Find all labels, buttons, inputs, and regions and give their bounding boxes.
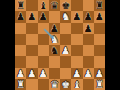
square-h5[interactable] (94, 34, 105, 45)
square-c4[interactable] (38, 45, 49, 56)
piece-white-knight-d5[interactable]: ♞ (50, 34, 59, 45)
square-a4[interactable] (15, 45, 26, 56)
square-g3[interactable] (83, 56, 94, 67)
piece-white-pawn-h2[interactable]: ♟ (95, 68, 104, 79)
square-a5[interactable] (15, 34, 26, 45)
letterbox-right (105, 0, 120, 90)
square-d8[interactable]: ♛ (49, 0, 60, 11)
square-d3[interactable] (49, 56, 60, 67)
square-h6[interactable] (94, 23, 105, 34)
square-b1[interactable] (26, 79, 37, 90)
square-f5[interactable] (71, 34, 82, 45)
square-e2[interactable] (60, 68, 71, 79)
piece-black-rook-a8[interactable]: ♜ (16, 0, 25, 11)
square-b7[interactable]: ♟ (26, 11, 37, 22)
square-g5[interactable] (83, 34, 94, 45)
square-b3[interactable] (26, 56, 37, 67)
piece-black-king-e8[interactable]: ♚ (61, 0, 70, 11)
piece-white-pawn-g2[interactable]: ♟ (84, 68, 93, 79)
square-h8[interactable]: ♜ (94, 0, 105, 11)
square-a7[interactable]: ♟ (15, 11, 26, 22)
piece-white-pawn-b2[interactable]: ♟ (27, 68, 36, 79)
square-c1[interactable] (38, 79, 49, 90)
square-e3[interactable] (60, 56, 71, 67)
square-c7[interactable]: ♟ (38, 11, 49, 22)
piece-black-bishop-c8[interactable]: ♝ (39, 0, 48, 11)
piece-white-pawn-f2[interactable]: ♟ (72, 68, 81, 79)
piece-white-king-e1[interactable]: ♚ (61, 79, 70, 90)
piece-black-pawn-g7[interactable]: ♟ (84, 11, 93, 22)
square-f4[interactable] (71, 45, 82, 56)
square-e7[interactable]: ♞ (60, 11, 71, 22)
square-g1[interactable] (83, 79, 94, 90)
square-g4[interactable] (83, 45, 94, 56)
square-h7[interactable]: ♟ (94, 11, 105, 22)
square-d4[interactable]: ♞ (49, 45, 60, 56)
square-a6[interactable] (15, 23, 26, 34)
square-d5[interactable]: ♞ (49, 34, 60, 45)
square-b2[interactable]: ♟ (26, 68, 37, 79)
piece-black-pawn-g6[interactable]: ♟ (84, 23, 93, 34)
square-e5[interactable] (60, 34, 71, 45)
piece-black-pawn-h7[interactable]: ♟ (95, 11, 104, 22)
piece-white-queen-d1[interactable]: ♛ (50, 79, 59, 90)
piece-black-pawn-f7[interactable]: ♟ (72, 11, 81, 22)
piece-black-pawn-a7[interactable]: ♟ (16, 11, 25, 22)
square-f6[interactable] (71, 23, 82, 34)
square-d6[interactable]: ♟ (49, 23, 60, 34)
square-g6[interactable]: ♟ (83, 23, 94, 34)
piece-white-pawn-c2[interactable]: ♟ (39, 68, 48, 79)
piece-black-pawn-b7[interactable]: ♟ (27, 11, 36, 22)
piece-black-queen-d8[interactable]: ♛ (50, 0, 59, 11)
square-b5[interactable] (26, 34, 37, 45)
piece-white-pawn-a2[interactable]: ♟ (16, 68, 25, 79)
square-e1[interactable]: ♚ (60, 79, 71, 90)
square-b8[interactable] (26, 0, 37, 11)
piece-white-rook-h1[interactable]: ♜ (95, 79, 104, 90)
square-e8[interactable]: ♚ (60, 0, 71, 11)
square-d7[interactable] (49, 11, 60, 22)
piece-white-rook-a1[interactable]: ♜ (16, 79, 25, 90)
square-c2[interactable]: ♟ (38, 68, 49, 79)
square-g8[interactable] (83, 0, 94, 11)
square-h2[interactable]: ♟ (94, 68, 105, 79)
square-f7[interactable]: ♟ (71, 11, 82, 22)
square-c8[interactable]: ♝ (38, 0, 49, 11)
square-a2[interactable]: ♟ (15, 68, 26, 79)
square-c6[interactable] (38, 23, 49, 34)
square-f8[interactable] (71, 0, 82, 11)
square-d2[interactable] (49, 68, 60, 79)
square-h4[interactable] (94, 45, 105, 56)
piece-black-pawn-c7[interactable]: ♟ (39, 11, 48, 22)
square-g7[interactable]: ♟ (83, 11, 94, 22)
square-h1[interactable]: ♜ (94, 79, 105, 90)
square-c5[interactable] (38, 34, 49, 45)
square-f3[interactable] (71, 56, 82, 67)
chess-app-screenshot: ♜♝♛♚♜♟♟♟♞♟♟♟♟♟♞♞♟♟♟♟♟♟♟♜♛♚♝♜ (0, 0, 120, 90)
square-f2[interactable]: ♟ (71, 68, 82, 79)
square-e6[interactable] (60, 23, 71, 34)
piece-white-bishop-f1[interactable]: ♝ (72, 79, 81, 90)
piece-white-knight-e7[interactable]: ♞ (61, 11, 70, 22)
square-e4[interactable]: ♟ (60, 45, 71, 56)
square-d1[interactable]: ♛ (49, 79, 60, 90)
letterbox-left (0, 0, 15, 90)
piece-black-knight-d4[interactable]: ♞ (50, 45, 59, 56)
piece-black-rook-h8[interactable]: ♜ (95, 0, 104, 11)
square-b6[interactable] (26, 23, 37, 34)
square-b4[interactable] (26, 45, 37, 56)
chess-board[interactable]: ♜♝♛♚♜♟♟♟♞♟♟♟♟♟♞♞♟♟♟♟♟♟♟♜♛♚♝♜ (15, 0, 105, 90)
square-f1[interactable]: ♝ (71, 79, 82, 90)
square-a8[interactable]: ♜ (15, 0, 26, 11)
square-a1[interactable]: ♜ (15, 79, 26, 90)
square-a3[interactable] (15, 56, 26, 67)
piece-black-pawn-d6[interactable]: ♟ (50, 23, 59, 34)
square-c3[interactable] (38, 56, 49, 67)
square-g2[interactable]: ♟ (83, 68, 94, 79)
piece-white-pawn-e4[interactable]: ♟ (61, 45, 70, 56)
square-h3[interactable] (94, 56, 105, 67)
